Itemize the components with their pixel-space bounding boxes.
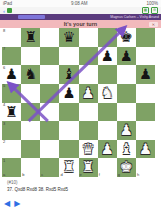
rank-label: 2 bbox=[3, 140, 5, 144]
piece-white-pawn-e5[interactable]: ♟ bbox=[79, 84, 98, 103]
piece-black-bishop-d6[interactable]: ♝ bbox=[59, 65, 78, 84]
rank-label: 7 bbox=[3, 47, 5, 51]
progress-segment bbox=[18, 15, 45, 19]
square-f1[interactable]: f bbox=[98, 158, 117, 177]
piece-white-queen-e2[interactable]: ♛ bbox=[79, 140, 98, 159]
turn-banner-text: It's your turn bbox=[64, 21, 97, 27]
square-a5[interactable]: 5 bbox=[2, 84, 21, 103]
status-left: iPad bbox=[3, 1, 12, 6]
square-f6[interactable] bbox=[98, 65, 117, 84]
square-f8[interactable] bbox=[98, 28, 117, 47]
piece-black-pawn-h6[interactable]: ♟ bbox=[136, 65, 155, 84]
square-c1[interactable]: c bbox=[40, 158, 59, 177]
square-b1[interactable]: b bbox=[21, 158, 40, 177]
piece-white-pawn-f2[interactable]: ♟ bbox=[98, 140, 117, 159]
square-f4[interactable] bbox=[98, 103, 117, 122]
piece-black-rook-a4[interactable]: ♜ bbox=[2, 103, 21, 122]
prev-move-button[interactable]: ◀ bbox=[4, 199, 10, 209]
status-time: 9:08 AM bbox=[71, 1, 88, 6]
rank-label: 8 bbox=[3, 29, 5, 33]
square-a3[interactable]: 3 bbox=[2, 121, 21, 140]
back-chevron-icon[interactable]: ‹ bbox=[3, 8, 5, 14]
piece-black-pawn-f7[interactable]: ♟ bbox=[98, 47, 117, 66]
square-b5[interactable] bbox=[21, 84, 40, 103]
piece-white-rook-e1[interactable]: ♜ bbox=[79, 158, 98, 177]
square-d3[interactable] bbox=[59, 121, 78, 140]
square-e4[interactable] bbox=[79, 103, 98, 122]
square-c7[interactable] bbox=[40, 47, 59, 66]
file-label: f bbox=[99, 173, 100, 177]
square-a8[interactable]: 8 bbox=[2, 28, 21, 47]
square-e6[interactable] bbox=[79, 65, 98, 84]
square-f3[interactable] bbox=[98, 121, 117, 140]
square-h1[interactable]: h bbox=[136, 158, 155, 177]
square-h8[interactable] bbox=[136, 28, 155, 47]
square-c4[interactable] bbox=[40, 103, 59, 122]
square-h3[interactable] bbox=[136, 121, 155, 140]
square-g4[interactable] bbox=[117, 103, 136, 122]
square-a7[interactable]: 7 bbox=[2, 47, 21, 66]
piece-black-pawn-g7[interactable]: ♟ bbox=[117, 47, 136, 66]
square-h5[interactable] bbox=[136, 84, 155, 103]
piece-black-pawn-a6[interactable]: ♟ bbox=[2, 65, 21, 84]
status-bar: iPad 9:08 AM 100% bbox=[0, 0, 161, 7]
square-a2[interactable]: 2 bbox=[2, 140, 21, 159]
move-navigation: ◀ ▶ bbox=[4, 199, 20, 209]
square-e8[interactable] bbox=[79, 28, 98, 47]
piece-white-pawn-h2[interactable]: ♟ bbox=[136, 140, 155, 159]
square-g6[interactable] bbox=[117, 65, 136, 84]
chess-app-window: iPad 9:08 AM 100% ‹ ▦ ⚙ Magnus Carlsen –… bbox=[0, 0, 161, 215]
rank-label: 1 bbox=[3, 159, 5, 163]
piece-black-knight-b6[interactable]: ♞ bbox=[21, 65, 40, 84]
square-b3[interactable] bbox=[21, 121, 40, 140]
square-b7[interactable] bbox=[21, 47, 40, 66]
gear-icon[interactable]: ⚙ bbox=[151, 7, 158, 14]
app-toolbar: ‹ ▦ ⚙ bbox=[0, 7, 161, 14]
close-banner-button[interactable]: ✕ bbox=[149, 22, 158, 27]
eval-line: (#10) bbox=[7, 180, 18, 185]
square-h4[interactable] bbox=[136, 103, 155, 122]
square-g5[interactable] bbox=[117, 84, 136, 103]
piece-black-queen-d8[interactable]: ♛ bbox=[59, 28, 78, 47]
move-list: 37. Qxd8 Rxd8 38. Rxd5 Rxd5 bbox=[7, 187, 68, 192]
piece-black-king-g8[interactable]: ♚ bbox=[117, 28, 136, 47]
square-e7[interactable] bbox=[79, 47, 98, 66]
piece-black-pawn-d5[interactable]: ♟ bbox=[59, 84, 78, 103]
chess-board[interactable]: 87654321abcdefgh♜♛♚♟♟♟♞♝♟♟♟♞♜♟♛♟♝♟♜♜♚ bbox=[2, 28, 155, 177]
app-logo-icon[interactable] bbox=[7, 8, 12, 13]
square-a1[interactable]: 1a bbox=[2, 158, 21, 177]
next-move-button[interactable]: ▶ bbox=[14, 199, 20, 209]
rank-label: 3 bbox=[3, 122, 5, 126]
piece-black-rook-b8[interactable]: ♜ bbox=[21, 28, 40, 47]
square-c8[interactable] bbox=[40, 28, 59, 47]
file-label: h bbox=[137, 173, 139, 177]
piece-white-rook-d1[interactable]: ♜ bbox=[59, 158, 78, 177]
piece-white-king-g1[interactable]: ♚ bbox=[117, 158, 136, 177]
square-b2[interactable] bbox=[21, 140, 40, 159]
piece-white-knight-f5[interactable]: ♞ bbox=[98, 84, 117, 103]
square-c3[interactable] bbox=[40, 121, 59, 140]
status-battery: 100% bbox=[146, 1, 158, 6]
square-d4[interactable] bbox=[59, 103, 78, 122]
turn-banner: It's your turn ✕ bbox=[0, 20, 161, 28]
square-c5[interactable] bbox=[40, 84, 59, 103]
piece-white-pawn-g3[interactable]: ♟ bbox=[117, 121, 136, 140]
rank-label: 5 bbox=[3, 84, 5, 88]
square-h7[interactable] bbox=[136, 47, 155, 66]
file-label: c bbox=[41, 173, 43, 177]
square-c6[interactable] bbox=[40, 65, 59, 84]
square-e3[interactable] bbox=[79, 121, 98, 140]
square-c2[interactable] bbox=[40, 140, 59, 159]
grid-icon[interactable]: ▦ bbox=[142, 7, 149, 14]
square-b4[interactable] bbox=[21, 103, 40, 122]
square-d7[interactable] bbox=[59, 47, 78, 66]
piece-white-bishop-g2[interactable]: ♝ bbox=[117, 140, 136, 159]
file-label: a bbox=[3, 173, 5, 177]
square-d2[interactable] bbox=[59, 140, 78, 159]
file-label: b bbox=[22, 173, 24, 177]
